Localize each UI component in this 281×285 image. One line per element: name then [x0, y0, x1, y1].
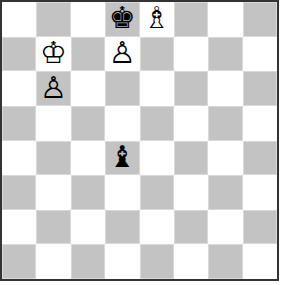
square-b3[interactable] [36, 175, 70, 210]
square-g7[interactable] [208, 37, 242, 72]
square-a2[interactable] [2, 210, 36, 245]
square-f5[interactable] [174, 106, 208, 141]
piece-black-king[interactable]: ♚ [109, 3, 136, 33]
square-a4[interactable] [2, 141, 36, 176]
square-f4[interactable] [174, 141, 208, 176]
square-a5[interactable] [2, 106, 36, 141]
square-h6[interactable] [243, 71, 277, 106]
square-g2[interactable] [208, 210, 242, 245]
square-h4[interactable] [243, 141, 277, 176]
square-e5[interactable] [140, 106, 174, 141]
square-g3[interactable] [208, 175, 242, 210]
chess-board: ♚♗♔♙♙♝ [0, 0, 279, 281]
square-g8[interactable] [208, 2, 242, 37]
square-h2[interactable] [243, 210, 277, 245]
square-c2[interactable] [71, 210, 105, 245]
square-d1[interactable] [105, 244, 139, 279]
square-c8[interactable] [71, 2, 105, 37]
square-f6[interactable] [174, 71, 208, 106]
square-c3[interactable] [71, 175, 105, 210]
square-d7[interactable]: ♙ [105, 37, 139, 72]
square-h7[interactable] [243, 37, 277, 72]
piece-black-bishop[interactable]: ♝ [109, 142, 136, 172]
square-e4[interactable] [140, 141, 174, 176]
square-c5[interactable] [71, 106, 105, 141]
square-a8[interactable] [2, 2, 36, 37]
square-e1[interactable] [140, 244, 174, 279]
square-g5[interactable] [208, 106, 242, 141]
square-d5[interactable] [105, 106, 139, 141]
square-f8[interactable] [174, 2, 208, 37]
square-a3[interactable] [2, 175, 36, 210]
square-c7[interactable] [71, 37, 105, 72]
square-g4[interactable] [208, 141, 242, 176]
square-h1[interactable] [243, 244, 277, 279]
square-b7[interactable]: ♔ [36, 37, 70, 72]
square-h8[interactable] [243, 2, 277, 37]
square-d8[interactable]: ♚ [105, 2, 139, 37]
square-e7[interactable] [140, 37, 174, 72]
square-b6[interactable]: ♙ [36, 71, 70, 106]
square-f7[interactable] [174, 37, 208, 72]
square-d3[interactable] [105, 175, 139, 210]
piece-white-king[interactable]: ♔ [40, 38, 67, 68]
square-a1[interactable] [2, 244, 36, 279]
piece-white-pawn[interactable]: ♙ [109, 38, 136, 68]
square-g6[interactable] [208, 71, 242, 106]
square-f3[interactable] [174, 175, 208, 210]
square-d6[interactable] [105, 71, 139, 106]
square-e6[interactable] [140, 71, 174, 106]
square-b5[interactable] [36, 106, 70, 141]
square-c6[interactable] [71, 71, 105, 106]
piece-white-pawn[interactable]: ♙ [40, 73, 67, 103]
square-e3[interactable] [140, 175, 174, 210]
board-grid: ♚♗♔♙♙♝ [2, 2, 277, 279]
square-f1[interactable] [174, 244, 208, 279]
square-e2[interactable] [140, 210, 174, 245]
square-a6[interactable] [2, 71, 36, 106]
square-g1[interactable] [208, 244, 242, 279]
square-c1[interactable] [71, 244, 105, 279]
square-f2[interactable] [174, 210, 208, 245]
square-a7[interactable] [2, 37, 36, 72]
piece-white-bishop[interactable]: ♗ [143, 3, 170, 33]
square-c4[interactable] [71, 141, 105, 176]
square-e8[interactable]: ♗ [140, 2, 174, 37]
square-h5[interactable] [243, 106, 277, 141]
square-h3[interactable] [243, 175, 277, 210]
square-b2[interactable] [36, 210, 70, 245]
square-d4[interactable]: ♝ [105, 141, 139, 176]
square-d2[interactable] [105, 210, 139, 245]
square-b8[interactable] [36, 2, 70, 37]
square-b4[interactable] [36, 141, 70, 176]
square-b1[interactable] [36, 244, 70, 279]
